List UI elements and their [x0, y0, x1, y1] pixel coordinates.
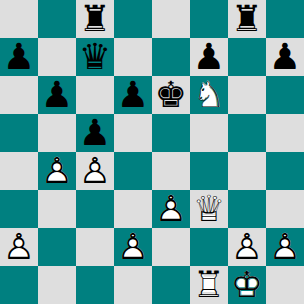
- square-a7[interactable]: ♟: [0, 38, 38, 76]
- square-c6[interactable]: [76, 76, 114, 114]
- square-f1[interactable]: ♜♖: [190, 266, 228, 304]
- square-c1[interactable]: [76, 266, 114, 304]
- square-a8[interactable]: [0, 0, 38, 38]
- square-e4[interactable]: [152, 152, 190, 190]
- square-g2[interactable]: ♟♙: [228, 228, 266, 266]
- square-c5[interactable]: ♟: [76, 114, 114, 152]
- square-h7[interactable]: ♟: [266, 38, 304, 76]
- square-d7[interactable]: [114, 38, 152, 76]
- square-b5[interactable]: [38, 114, 76, 152]
- square-e7[interactable]: [152, 38, 190, 76]
- square-c7[interactable]: ♛: [76, 38, 114, 76]
- black-pawn-piece[interactable]: ♟: [266, 38, 304, 76]
- square-f3[interactable]: ♛♕: [190, 190, 228, 228]
- white-pawn-piece[interactable]: ♟♙: [38, 152, 76, 190]
- square-e3[interactable]: ♟♙: [152, 190, 190, 228]
- black-pawn-piece[interactable]: ♟: [0, 38, 38, 76]
- square-b7[interactable]: [38, 38, 76, 76]
- square-c8[interactable]: ♜: [76, 0, 114, 38]
- black-king-piece[interactable]: ♚: [152, 76, 190, 114]
- square-h4[interactable]: [266, 152, 304, 190]
- white-pawn-piece[interactable]: ♟♙: [266, 228, 304, 266]
- white-knight-piece[interactable]: ♞♘: [190, 76, 228, 114]
- square-f4[interactable]: [190, 152, 228, 190]
- square-g5[interactable]: [228, 114, 266, 152]
- square-a6[interactable]: [0, 76, 38, 114]
- square-g6[interactable]: [228, 76, 266, 114]
- square-f7[interactable]: ♟: [190, 38, 228, 76]
- black-pawn-piece[interactable]: ♟: [114, 76, 152, 114]
- square-b4[interactable]: ♟♙: [38, 152, 76, 190]
- square-f5[interactable]: [190, 114, 228, 152]
- white-pawn-piece[interactable]: ♟♙: [0, 228, 38, 266]
- square-h3[interactable]: [266, 190, 304, 228]
- square-f2[interactable]: [190, 228, 228, 266]
- square-g1[interactable]: ♚♔: [228, 266, 266, 304]
- square-a5[interactable]: [0, 114, 38, 152]
- square-h2[interactable]: ♟♙: [266, 228, 304, 266]
- piece-outline: ♙: [228, 228, 266, 266]
- square-b1[interactable]: [38, 266, 76, 304]
- square-h6[interactable]: [266, 76, 304, 114]
- square-b6[interactable]: ♟: [38, 76, 76, 114]
- piece-outline: ♙: [38, 152, 76, 190]
- square-d2[interactable]: ♟♙: [114, 228, 152, 266]
- square-g7[interactable]: [228, 38, 266, 76]
- piece-outline: ♕: [190, 190, 228, 228]
- square-d3[interactable]: [114, 190, 152, 228]
- square-d5[interactable]: [114, 114, 152, 152]
- piece-outline: ♘: [190, 76, 228, 114]
- square-b8[interactable]: [38, 0, 76, 38]
- square-d6[interactable]: ♟: [114, 76, 152, 114]
- square-d4[interactable]: [114, 152, 152, 190]
- square-e5[interactable]: [152, 114, 190, 152]
- square-e2[interactable]: [152, 228, 190, 266]
- square-f6[interactable]: ♞♘: [190, 76, 228, 114]
- piece-outline: ♙: [152, 190, 190, 228]
- square-e8[interactable]: [152, 0, 190, 38]
- black-rook-piece[interactable]: ♜: [76, 0, 114, 38]
- black-rook-piece[interactable]: ♜: [228, 0, 266, 38]
- piece-outline: ♔: [228, 266, 266, 304]
- white-rook-piece[interactable]: ♜♖: [190, 266, 228, 304]
- square-h8[interactable]: [266, 0, 304, 38]
- piece-outline: ♙: [114, 228, 152, 266]
- square-e1[interactable]: [152, 266, 190, 304]
- square-c2[interactable]: [76, 228, 114, 266]
- square-c3[interactable]: [76, 190, 114, 228]
- square-h5[interactable]: [266, 114, 304, 152]
- square-a3[interactable]: [0, 190, 38, 228]
- white-queen-piece[interactable]: ♛♕: [190, 190, 228, 228]
- piece-outline: ♙: [266, 228, 304, 266]
- square-e6[interactable]: ♚: [152, 76, 190, 114]
- square-a4[interactable]: [0, 152, 38, 190]
- black-pawn-piece[interactable]: ♟: [76, 114, 114, 152]
- black-pawn-piece[interactable]: ♟: [190, 38, 228, 76]
- piece-outline: ♙: [76, 152, 114, 190]
- white-pawn-piece[interactable]: ♟♙: [114, 228, 152, 266]
- square-g4[interactable]: [228, 152, 266, 190]
- white-pawn-piece[interactable]: ♟♙: [152, 190, 190, 228]
- square-b3[interactable]: [38, 190, 76, 228]
- black-queen-piece[interactable]: ♛: [76, 38, 114, 76]
- square-f8[interactable]: [190, 0, 228, 38]
- piece-outline: ♙: [0, 228, 38, 266]
- square-d1[interactable]: [114, 266, 152, 304]
- piece-outline: ♖: [190, 266, 228, 304]
- chess-board: ♜♜♟♛♟♟♟♟♚♞♘♟♟♙♟♙♟♙♛♕♟♙♟♙♟♙♟♙♜♖♚♔: [0, 0, 304, 304]
- white-king-piece[interactable]: ♚♔: [228, 266, 266, 304]
- square-a1[interactable]: [0, 266, 38, 304]
- white-pawn-piece[interactable]: ♟♙: [228, 228, 266, 266]
- square-d8[interactable]: [114, 0, 152, 38]
- square-g3[interactable]: [228, 190, 266, 228]
- square-b2[interactable]: [38, 228, 76, 266]
- square-h1[interactable]: [266, 266, 304, 304]
- square-g8[interactable]: ♜: [228, 0, 266, 38]
- black-pawn-piece[interactable]: ♟: [38, 76, 76, 114]
- square-a2[interactable]: ♟♙: [0, 228, 38, 266]
- square-c4[interactable]: ♟♙: [76, 152, 114, 190]
- white-pawn-piece[interactable]: ♟♙: [76, 152, 114, 190]
